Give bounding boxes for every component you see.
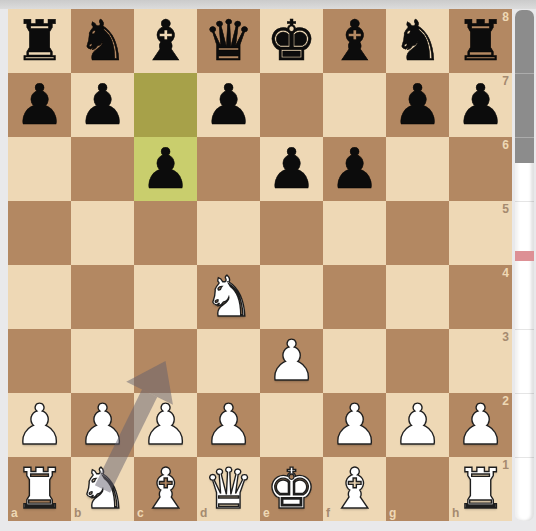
- eval-gauge-tick: [515, 73, 534, 74]
- square-c1[interactable]: ♝c: [134, 457, 197, 521]
- square-a2[interactable]: ♟: [8, 393, 71, 457]
- rank-label-4: 4: [502, 267, 509, 279]
- square-h4[interactable]: 4: [449, 265, 512, 329]
- file-label-d: d: [200, 507, 207, 519]
- square-f5[interactable]: [323, 201, 386, 265]
- file-label-e: e: [263, 507, 270, 519]
- square-b8[interactable]: ♞: [71, 9, 134, 73]
- square-e5[interactable]: [260, 201, 323, 265]
- eval-gauge: [515, 10, 534, 521]
- chess-board[interactable]: ♜♞♝♛♚♝♞♜8♟♟♟♟♟7♟♟♟65♞4♟3♟♟♟♟♟♟♟2♜a♞b♝c♛d…: [8, 9, 512, 521]
- square-d6[interactable]: [197, 137, 260, 201]
- square-g5[interactable]: [386, 201, 449, 265]
- square-c3[interactable]: [134, 329, 197, 393]
- rank-label-1: 1: [502, 459, 509, 471]
- square-b6[interactable]: [71, 137, 134, 201]
- white-pawn[interactable]: ♟: [260, 329, 323, 393]
- square-f7[interactable]: [323, 73, 386, 137]
- square-h8[interactable]: ♜8: [449, 9, 512, 73]
- white-pawn[interactable]: ♟: [386, 393, 449, 457]
- black-knight[interactable]: ♞: [71, 9, 134, 73]
- square-f3[interactable]: [323, 329, 386, 393]
- file-label-c: c: [137, 507, 144, 519]
- square-f4[interactable]: [323, 265, 386, 329]
- square-c8[interactable]: ♝: [134, 9, 197, 73]
- square-e2[interactable]: [260, 393, 323, 457]
- square-d7[interactable]: ♟: [197, 73, 260, 137]
- black-bishop[interactable]: ♝: [323, 9, 386, 73]
- square-e7[interactable]: [260, 73, 323, 137]
- square-g8[interactable]: ♞: [386, 9, 449, 73]
- square-b5[interactable]: [71, 201, 134, 265]
- square-a8[interactable]: ♜: [8, 9, 71, 73]
- square-e6[interactable]: ♟: [260, 137, 323, 201]
- rank-label-7: 7: [502, 75, 509, 87]
- square-g3[interactable]: [386, 329, 449, 393]
- square-h1[interactable]: ♜1h: [449, 457, 512, 521]
- white-pawn[interactable]: ♟: [8, 393, 71, 457]
- square-d1[interactable]: ♛d: [197, 457, 260, 521]
- square-h5[interactable]: 5: [449, 201, 512, 265]
- square-d8[interactable]: ♛: [197, 9, 260, 73]
- black-pawn[interactable]: ♟: [8, 73, 71, 137]
- square-b4[interactable]: [71, 265, 134, 329]
- square-b7[interactable]: ♟: [71, 73, 134, 137]
- rank-label-3: 3: [502, 331, 509, 343]
- file-label-a: a: [11, 507, 18, 519]
- eval-gauge-tick: [515, 329, 534, 330]
- square-a6[interactable]: [8, 137, 71, 201]
- square-f8[interactable]: ♝: [323, 9, 386, 73]
- square-d2[interactable]: ♟: [197, 393, 260, 457]
- square-d3[interactable]: [197, 329, 260, 393]
- black-pawn[interactable]: ♟: [323, 137, 386, 201]
- square-h6[interactable]: 6: [449, 137, 512, 201]
- black-pawn[interactable]: ♟: [260, 137, 323, 201]
- white-pawn[interactable]: ♟: [134, 393, 197, 457]
- square-c6[interactable]: ♟: [134, 137, 197, 201]
- black-rook[interactable]: ♜: [8, 9, 71, 73]
- black-pawn[interactable]: ♟: [197, 73, 260, 137]
- square-c4[interactable]: [134, 265, 197, 329]
- square-a5[interactable]: [8, 201, 71, 265]
- square-a4[interactable]: [8, 265, 71, 329]
- square-b1[interactable]: ♞b: [71, 457, 134, 521]
- black-knight[interactable]: ♞: [386, 9, 449, 73]
- white-pawn[interactable]: ♟: [71, 393, 134, 457]
- square-a3[interactable]: [8, 329, 71, 393]
- file-label-h: h: [452, 507, 459, 519]
- white-pawn[interactable]: ♟: [197, 393, 260, 457]
- square-b2[interactable]: ♟: [71, 393, 134, 457]
- rank-label-5: 5: [502, 203, 509, 215]
- white-knight[interactable]: ♞: [197, 265, 260, 329]
- square-d4[interactable]: ♞: [197, 265, 260, 329]
- square-f6[interactable]: ♟: [323, 137, 386, 201]
- black-pawn[interactable]: ♟: [134, 137, 197, 201]
- file-label-b: b: [74, 507, 81, 519]
- square-e8[interactable]: ♚: [260, 9, 323, 73]
- square-c5[interactable]: [134, 201, 197, 265]
- file-label-g: g: [389, 507, 396, 519]
- eval-gauge-tick: [515, 393, 534, 394]
- square-f1[interactable]: ♝f: [323, 457, 386, 521]
- white-bishop[interactable]: ♝: [323, 457, 386, 521]
- black-pawn[interactable]: ♟: [386, 73, 449, 137]
- square-c2[interactable]: ♟: [134, 393, 197, 457]
- black-pawn[interactable]: ♟: [71, 73, 134, 137]
- eval-gauge-tick: [515, 201, 534, 202]
- file-label-f: f: [326, 507, 330, 519]
- rank-label-6: 6: [502, 139, 509, 151]
- rank-label-8: 8: [502, 11, 509, 23]
- black-bishop[interactable]: ♝: [134, 9, 197, 73]
- square-a1[interactable]: ♜a: [8, 457, 71, 521]
- black-queen[interactable]: ♛: [197, 9, 260, 73]
- square-e1[interactable]: ♚e: [260, 457, 323, 521]
- square-c7[interactable]: [134, 73, 197, 137]
- square-g4[interactable]: [386, 265, 449, 329]
- square-h7[interactable]: ♟7: [449, 73, 512, 137]
- square-a7[interactable]: ♟: [8, 73, 71, 137]
- square-g7[interactable]: ♟: [386, 73, 449, 137]
- square-h2[interactable]: ♟2: [449, 393, 512, 457]
- rank-label-2: 2: [502, 395, 509, 407]
- black-king[interactable]: ♚: [260, 9, 323, 73]
- square-h3[interactable]: 3: [449, 329, 512, 393]
- eval-gauge-black-portion: [515, 10, 534, 163]
- square-e4[interactable]: [260, 265, 323, 329]
- eval-gauge-zero-mark: [515, 251, 534, 261]
- square-g6[interactable]: [386, 137, 449, 201]
- square-f2[interactable]: ♟: [323, 393, 386, 457]
- square-g2[interactable]: ♟: [386, 393, 449, 457]
- square-d5[interactable]: [197, 201, 260, 265]
- square-b3[interactable]: [71, 329, 134, 393]
- square-g1[interactable]: g: [386, 457, 449, 521]
- eval-gauge-tick: [515, 137, 534, 138]
- square-e3[interactable]: ♟: [260, 329, 323, 393]
- eval-gauge-tick: [515, 457, 534, 458]
- white-pawn[interactable]: ♟: [323, 393, 386, 457]
